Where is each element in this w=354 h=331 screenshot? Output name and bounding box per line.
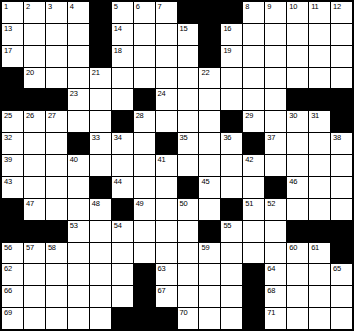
letter-cell[interactable] [112,286,133,307]
letter-cell[interactable]: 5 [112,2,133,23]
letter-cell[interactable] [68,68,89,89]
block-cell [243,264,264,285]
clue-number: 13 [4,25,12,33]
letter-cell[interactable] [46,286,67,307]
block-cell [331,221,352,242]
letter-cell[interactable] [156,221,177,242]
letter-cell[interactable] [309,155,330,176]
letter-cell[interactable] [331,286,352,307]
letter-cell[interactable]: 29 [243,111,264,132]
letter-cell[interactable] [68,308,89,329]
clue-number: 65 [333,265,341,273]
block-cell [112,199,133,220]
letter-cell[interactable]: 4 [68,2,89,23]
letter-cell[interactable] [134,68,155,89]
clue-number: 29 [245,112,253,120]
block-cell [243,286,264,307]
letter-cell[interactable] [309,46,330,67]
letter-cell[interactable]: 30 [287,111,308,132]
letter-cell[interactable] [134,243,155,264]
letter-cell[interactable] [112,68,133,89]
letter-cell[interactable] [309,199,330,220]
clue-number: 42 [245,156,253,164]
letter-cell[interactable] [199,155,220,176]
letter-cell[interactable]: 63 [156,264,177,285]
block-cell [2,199,23,220]
letter-cell[interactable] [243,177,264,198]
letter-cell[interactable] [243,24,264,45]
letter-cell[interactable] [178,68,199,89]
block-cell [156,133,177,154]
clue-number: 8 [245,3,249,11]
block-cell [134,264,155,285]
letter-cell[interactable] [90,221,111,242]
letter-cell[interactable]: 35 [178,133,199,154]
letter-cell[interactable] [156,111,177,132]
letter-cell[interactable]: 66 [2,286,23,307]
letter-cell[interactable] [68,199,89,220]
block-cell [90,177,111,198]
letter-cell[interactable] [221,68,242,89]
letter-cell[interactable] [265,243,286,264]
letter-cell[interactable] [243,68,264,89]
clue-number: 55 [223,222,231,230]
clue-number: 43 [4,178,12,186]
letter-cell[interactable] [309,68,330,89]
clue-number: 4 [70,3,74,11]
letter-cell[interactable] [134,46,155,67]
clue-number: 14 [114,25,122,33]
letter-cell[interactable] [24,46,45,67]
letter-cell[interactable] [24,155,45,176]
letter-cell[interactable] [46,155,67,176]
letter-cell[interactable]: 14 [112,24,133,45]
clue-number: 34 [114,134,122,142]
letter-cell[interactable] [156,243,177,264]
clue-number: 25 [4,112,12,120]
letter-cell[interactable] [112,264,133,285]
clue-number: 31 [311,112,319,120]
clue-number: 41 [158,156,166,164]
letter-cell[interactable]: 1 [2,2,23,23]
letter-cell[interactable] [265,24,286,45]
block-cell [243,133,264,154]
block-cell [24,221,45,242]
clue-number: 12 [333,3,341,11]
clue-number: 30 [289,112,297,120]
letter-cell[interactable]: 59 [199,243,220,264]
letter-cell[interactable] [46,199,67,220]
letter-cell[interactable]: 2 [24,2,45,23]
clue-number: 45 [201,178,209,186]
clue-number: 28 [136,112,144,120]
letter-cell[interactable] [199,111,220,132]
letter-cell[interactable] [309,177,330,198]
letter-cell[interactable] [309,286,330,307]
clue-number: 60 [289,244,297,252]
block-cell [90,46,111,67]
letter-cell[interactable] [199,89,220,110]
letter-cell[interactable]: 10 [287,2,308,23]
letter-cell[interactable] [199,199,220,220]
clue-number: 47 [26,200,34,208]
clue-number: 57 [26,244,34,252]
letter-cell[interactable] [90,243,111,264]
letter-cell[interactable] [265,46,286,67]
letter-cell[interactable] [287,133,308,154]
letter-cell[interactable] [46,46,67,67]
block-cell [46,221,67,242]
letter-cell[interactable]: 20 [24,68,45,89]
clue-number: 6 [136,3,140,11]
letter-cell[interactable] [221,155,242,176]
letter-cell[interactable] [134,155,155,176]
letter-cell[interactable] [90,264,111,285]
letter-cell[interactable] [156,24,177,45]
clue-number: 40 [70,156,78,164]
letter-cell[interactable]: 69 [2,308,23,329]
clue-number: 53 [70,222,78,230]
block-cell [178,2,199,23]
letter-cell[interactable]: 42 [243,155,264,176]
clue-number: 64 [267,265,275,273]
clue-number: 33 [92,134,100,142]
letter-cell[interactable]: 68 [265,286,286,307]
letter-cell[interactable]: 15 [178,24,199,45]
letter-cell[interactable] [331,199,352,220]
clue-number: 26 [26,112,34,120]
letter-cell[interactable]: 11 [309,2,330,23]
letter-cell[interactable]: 37 [265,133,286,154]
block-cell [112,308,133,329]
clue-number: 1 [4,3,8,11]
letter-cell[interactable]: 22 [199,68,220,89]
block-cell [199,2,220,23]
letter-cell[interactable]: 31 [309,111,330,132]
letter-cell[interactable]: 52 [265,199,286,220]
letter-cell[interactable] [287,24,308,45]
letter-cell[interactable] [24,24,45,45]
letter-cell[interactable] [178,155,199,176]
block-cell [2,68,23,89]
letter-cell[interactable] [265,221,286,242]
block-cell [134,286,155,307]
block-cell [331,89,352,110]
letter-cell[interactable]: 27 [46,111,67,132]
clue-number: 46 [289,178,297,186]
letter-cell[interactable]: 45 [199,177,220,198]
block-cell [24,89,45,110]
letter-cell[interactable]: 41 [156,155,177,176]
clue-number: 49 [136,200,144,208]
letter-cell[interactable] [112,243,133,264]
block-cell [199,221,220,242]
clue-number: 37 [267,134,275,142]
block-cell [221,111,242,132]
clue-number: 10 [289,3,297,11]
letter-cell[interactable] [24,264,45,285]
letter-cell[interactable] [331,24,352,45]
letter-cell[interactable]: 51 [243,199,264,220]
letter-cell[interactable] [90,89,111,110]
letter-cell[interactable] [178,264,199,285]
letter-cell[interactable] [90,111,111,132]
letter-cell[interactable]: 16 [221,24,242,45]
letter-cell[interactable] [265,68,286,89]
letter-cell[interactable] [24,133,45,154]
clue-number: 7 [158,3,162,11]
letter-cell[interactable]: 43 [2,177,23,198]
letter-cell[interactable]: 36 [221,133,242,154]
block-cell [221,199,242,220]
letter-cell[interactable] [68,24,89,45]
letter-cell[interactable]: 6 [134,2,155,23]
letter-cell[interactable] [68,111,89,132]
letter-cell[interactable] [134,177,155,198]
letter-cell[interactable] [309,24,330,45]
clue-number: 9 [267,3,271,11]
block-cell [178,177,199,198]
letter-cell[interactable] [178,243,199,264]
clue-number: 69 [4,309,12,317]
letter-cell[interactable]: 7 [156,2,177,23]
letter-cell[interactable]: 55 [221,221,242,242]
letter-cell[interactable]: 21 [90,68,111,89]
letter-cell[interactable]: 47 [24,199,45,220]
letter-cell[interactable]: 3 [46,2,67,23]
letter-cell[interactable]: 57 [24,243,45,264]
letter-cell[interactable] [46,24,67,45]
letter-cell[interactable] [221,89,242,110]
block-cell [331,243,352,264]
letter-cell[interactable] [24,286,45,307]
block-cell [331,111,352,132]
clue-number: 32 [4,134,12,142]
letter-cell[interactable] [68,264,89,285]
letter-cell[interactable] [221,177,242,198]
clue-number: 68 [267,287,275,295]
block-cell [90,2,111,23]
letter-cell[interactable] [24,308,45,329]
letter-cell[interactable] [199,308,220,329]
clue-number: 50 [180,200,188,208]
letter-cell[interactable] [156,199,177,220]
block-cell [221,2,242,23]
clue-number: 18 [114,47,122,55]
clue-number: 11 [311,3,318,11]
clue-number: 36 [223,134,231,142]
letter-cell[interactable] [287,264,308,285]
clue-number: 54 [114,222,122,230]
letter-cell[interactable] [199,286,220,307]
letter-cell[interactable] [221,308,242,329]
clue-number: 59 [201,244,209,252]
block-cell [112,111,133,132]
crossword-grid: 1234567891011121314151617181920212223242… [0,0,354,331]
letter-cell[interactable] [331,155,352,176]
letter-cell[interactable] [287,286,308,307]
clue-number: 71 [267,309,275,317]
letter-cell[interactable]: 24 [156,89,177,110]
letter-cell[interactable] [134,221,155,242]
letter-cell[interactable] [287,46,308,67]
block-cell [2,221,23,242]
letter-cell[interactable]: 8 [243,2,264,23]
letter-cell[interactable] [178,286,199,307]
letter-cell[interactable]: 46 [287,177,308,198]
letter-cell[interactable] [156,46,177,67]
letter-cell[interactable]: 54 [112,221,133,242]
letter-cell[interactable]: 48 [90,199,111,220]
clue-number: 66 [4,287,12,295]
letter-cell[interactable] [287,155,308,176]
letter-cell[interactable] [46,308,67,329]
letter-cell[interactable]: 60 [287,243,308,264]
clue-number: 19 [223,47,231,55]
block-cell [199,24,220,45]
letter-cell[interactable]: 9 [265,2,286,23]
letter-cell[interactable]: 23 [68,89,89,110]
letter-cell[interactable] [178,111,199,132]
letter-cell[interactable]: 40 [68,155,89,176]
block-cell [46,89,67,110]
letter-cell[interactable] [309,308,330,329]
letter-cell[interactable] [331,46,352,67]
block-cell [156,308,177,329]
letter-cell[interactable] [309,133,330,154]
letter-cell[interactable] [265,155,286,176]
letter-cell[interactable] [199,133,220,154]
letter-cell[interactable]: 18 [112,46,133,67]
letter-cell[interactable]: 58 [46,243,67,264]
block-cell [2,89,23,110]
clue-number: 22 [201,69,209,77]
letter-cell[interactable]: 50 [178,199,199,220]
letter-cell[interactable] [265,89,286,110]
letter-cell[interactable] [221,264,242,285]
letter-cell[interactable] [243,46,264,67]
letter-cell[interactable] [221,286,242,307]
clue-number: 5 [114,3,118,11]
letter-cell[interactable] [199,264,220,285]
letter-cell[interactable]: 32 [2,133,23,154]
letter-cell[interactable]: 34 [112,133,133,154]
clue-number: 56 [4,244,12,252]
letter-cell[interactable] [90,308,111,329]
letter-cell[interactable]: 70 [178,308,199,329]
block-cell [90,24,111,45]
letter-cell[interactable] [46,264,67,285]
letter-cell[interactable] [287,308,308,329]
letter-cell[interactable]: 39 [2,155,23,176]
clue-number: 52 [267,200,275,208]
clue-number: 21 [92,69,100,77]
letter-cell[interactable] [46,68,67,89]
letter-cell[interactable] [134,133,155,154]
clue-number: 51 [245,200,253,208]
letter-cell[interactable]: 13 [2,24,23,45]
clue-number: 35 [180,134,188,142]
block-cell [243,308,264,329]
block-cell [68,133,89,154]
letter-cell[interactable]: 12 [331,2,352,23]
letter-cell[interactable]: 44 [112,177,133,198]
letter-cell[interactable] [178,46,199,67]
letter-cell[interactable]: 53 [68,221,89,242]
letter-cell[interactable] [309,264,330,285]
block-cell [309,89,330,110]
letter-cell[interactable] [287,68,308,89]
block-cell [199,46,220,67]
clue-number: 39 [4,156,12,164]
letter-cell[interactable]: 62 [2,264,23,285]
letter-cell[interactable]: 19 [221,46,242,67]
letter-cell[interactable]: 33 [90,133,111,154]
letter-cell[interactable]: 67 [156,286,177,307]
letter-cell[interactable] [221,243,242,264]
letter-cell[interactable] [243,89,264,110]
letter-cell[interactable]: 17 [2,46,23,67]
letter-cell[interactable] [243,243,264,264]
block-cell [134,89,155,110]
letter-cell[interactable]: 25 [2,111,23,132]
letter-cell[interactable] [46,133,67,154]
letter-cell[interactable] [178,221,199,242]
clue-number: 15 [180,25,188,33]
letter-cell[interactable] [112,89,133,110]
letter-cell[interactable] [134,24,155,45]
letter-cell[interactable]: 56 [2,243,23,264]
letter-cell[interactable] [68,243,89,264]
letter-cell[interactable]: 64 [265,264,286,285]
letter-cell[interactable]: 38 [331,133,352,154]
clue-number: 23 [70,90,78,98]
letter-cell[interactable] [178,89,199,110]
letter-cell[interactable] [24,177,45,198]
block-cell [287,89,308,110]
letter-cell[interactable]: 49 [134,199,155,220]
letter-cell[interactable] [331,308,352,329]
letter-cell[interactable] [243,221,264,242]
letter-cell[interactable] [90,286,111,307]
letter-cell[interactable]: 61 [309,243,330,264]
clue-number: 24 [158,90,166,98]
letter-cell[interactable] [287,199,308,220]
clue-number: 16 [223,25,231,33]
letter-cell[interactable]: 65 [331,264,352,285]
letter-cell[interactable] [156,177,177,198]
letter-cell[interactable]: 28 [134,111,155,132]
block-cell [309,221,330,242]
clue-number: 63 [158,265,166,273]
clue-number: 2 [26,3,30,11]
letter-cell[interactable] [156,68,177,89]
letter-cell[interactable] [90,155,111,176]
letter-cell[interactable]: 26 [24,111,45,132]
clue-number: 38 [333,134,341,142]
letter-cell[interactable] [68,177,89,198]
clue-number: 58 [48,244,56,252]
letter-cell[interactable] [46,177,67,198]
letter-cell[interactable] [112,155,133,176]
letter-cell[interactable] [331,177,352,198]
letter-cell[interactable] [331,68,352,89]
letter-cell[interactable] [68,46,89,67]
block-cell [287,221,308,242]
letter-cell[interactable] [68,286,89,307]
letter-cell[interactable]: 71 [265,308,286,329]
letter-cell[interactable] [265,111,286,132]
